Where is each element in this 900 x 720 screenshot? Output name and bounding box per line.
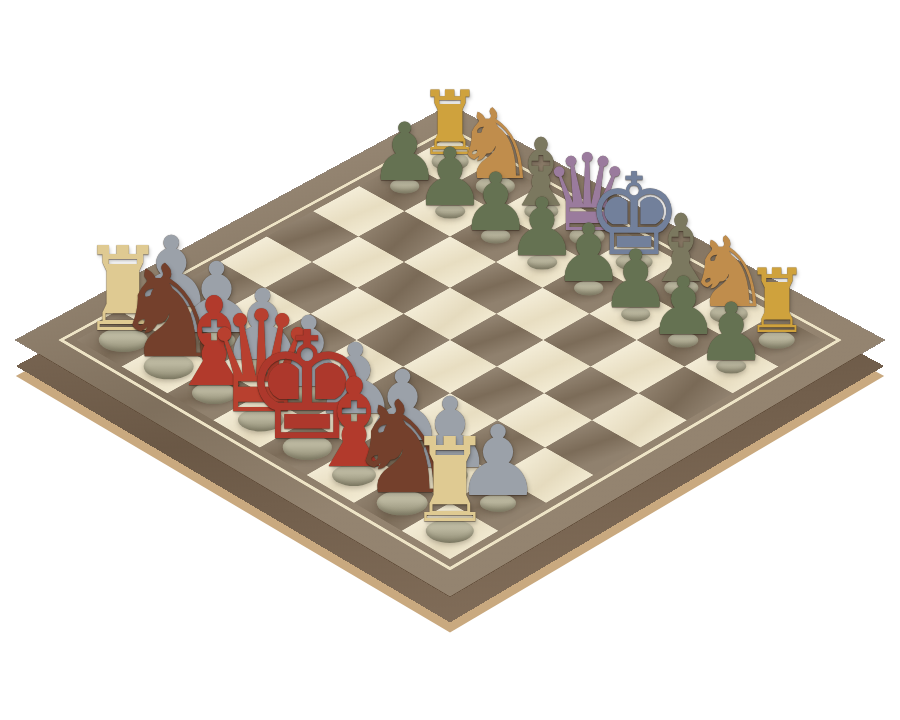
product-photo: ♜♞♝♛♚♝♞♜♟♟♟♟♟♟♟♟♟♟♟♟♟♟♟♟♜♞♝♛♚♝♞♜: [0, 0, 900, 720]
pawn-glyph: ♟: [695, 293, 767, 373]
pieces-layer: ♜♞♝♛♚♝♞♜♟♟♟♟♟♟♟♟♟♟♟♟♟♟♟♟♜♞♝♛♚♝♞♜: [0, 0, 900, 720]
rook-glyph: ♜: [409, 423, 491, 540]
